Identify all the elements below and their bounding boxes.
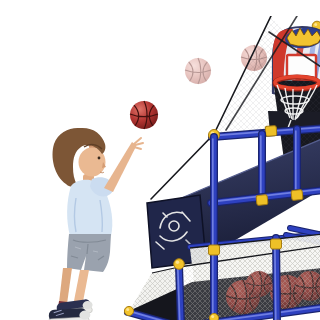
pipe-sleeve — [256, 194, 268, 205]
front-left-post — [213, 137, 214, 317]
shooter-target-square — [287, 55, 316, 78]
pipe-connector — [124, 306, 133, 315]
basketball-flying-faded — [185, 58, 211, 84]
tray-left-post — [178, 266, 181, 320]
child-eye — [98, 157, 101, 160]
tray-mid-post — [275, 238, 277, 320]
pipe-sleeve — [271, 239, 282, 249]
pipe-connector — [209, 313, 218, 320]
pipe-connector — [174, 259, 185, 270]
pipe-sleeve — [291, 189, 303, 200]
pipe-sleeve — [209, 245, 220, 255]
child-shorts — [67, 234, 111, 272]
upper-post-mid — [261, 134, 262, 201]
product-photo-basketball-arcade[interactable] — [40, 16, 320, 320]
upper-post-right — [296, 129, 297, 195]
pipe-sleeve — [265, 126, 277, 137]
scene-svg — [40, 16, 320, 320]
basketball-flying — [130, 101, 158, 129]
